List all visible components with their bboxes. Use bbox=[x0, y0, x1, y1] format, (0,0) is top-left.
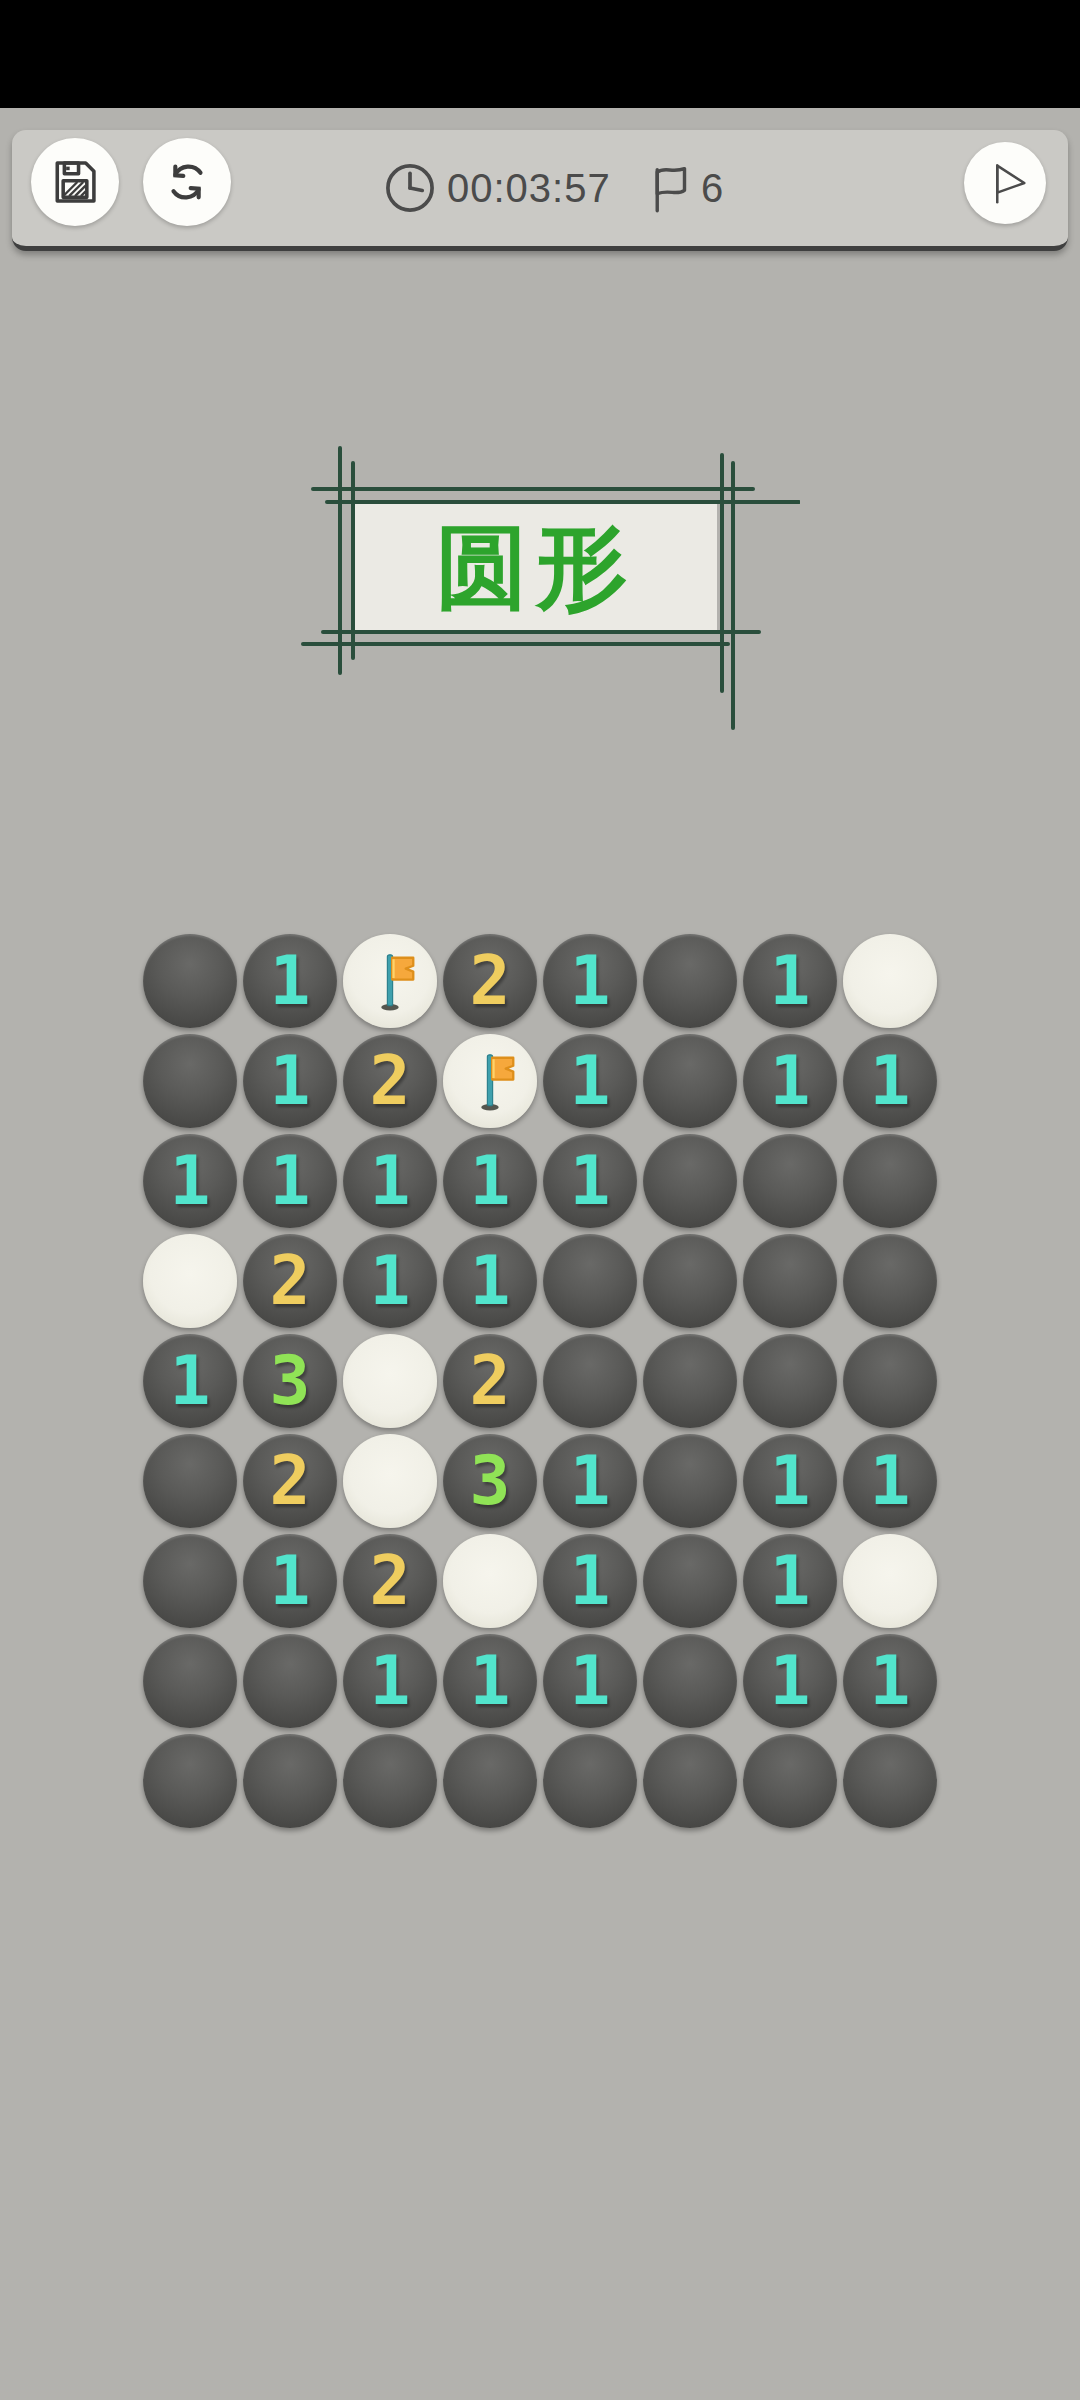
cell-r7c3[interactable]: 2 bbox=[343, 1534, 437, 1628]
cell-r2c8[interactable]: 1 bbox=[843, 1034, 937, 1128]
cell-r4c6[interactable] bbox=[643, 1234, 737, 1328]
toolbar: 00:03:57 6 bbox=[12, 130, 1068, 251]
cell-r9c3[interactable] bbox=[343, 1734, 437, 1828]
cell-r4c3[interactable]: 1 bbox=[343, 1234, 437, 1328]
restart-button[interactable] bbox=[143, 138, 231, 226]
cell-r2c6[interactable] bbox=[643, 1034, 737, 1128]
flag-outline-icon bbox=[647, 160, 697, 216]
cell-r3c7[interactable] bbox=[743, 1134, 837, 1228]
restart-icon bbox=[160, 155, 214, 209]
cell-r9c4[interactable] bbox=[443, 1734, 537, 1828]
cell-r3c1[interactable]: 1 bbox=[143, 1134, 237, 1228]
cell-r6c1[interactable] bbox=[143, 1434, 237, 1528]
cell-r6c3[interactable] bbox=[343, 1434, 437, 1528]
cell-r5c8[interactable] bbox=[843, 1334, 937, 1428]
cell-r6c2[interactable]: 2 bbox=[243, 1434, 337, 1528]
cell-r8c8[interactable]: 1 bbox=[843, 1634, 937, 1728]
cell-r7c6[interactable] bbox=[643, 1534, 737, 1628]
cell-r3c3[interactable]: 1 bbox=[343, 1134, 437, 1228]
cell-r8c3[interactable]: 1 bbox=[343, 1634, 437, 1728]
cell-r1c7[interactable]: 1 bbox=[743, 934, 837, 1028]
flag-mode-button[interactable] bbox=[964, 142, 1046, 224]
cell-r3c8[interactable] bbox=[843, 1134, 937, 1228]
cell-r9c2[interactable] bbox=[243, 1734, 337, 1828]
cell-r2c2[interactable]: 1 bbox=[243, 1034, 337, 1128]
flag-icon bbox=[462, 1049, 518, 1113]
cell-r6c5[interactable]: 1 bbox=[543, 1434, 637, 1528]
cell-r9c5[interactable] bbox=[543, 1734, 637, 1828]
cell-r3c2[interactable]: 1 bbox=[243, 1134, 337, 1228]
cell-r1c3[interactable] bbox=[343, 934, 437, 1028]
cell-r4c4[interactable]: 1 bbox=[443, 1234, 537, 1328]
cell-r7c5[interactable]: 1 bbox=[543, 1534, 637, 1628]
cell-r1c4[interactable]: 2 bbox=[443, 934, 537, 1028]
cell-r4c5[interactable] bbox=[543, 1234, 637, 1328]
minesweeper-board: 1 21112 1111111121113223111121111111 bbox=[140, 931, 940, 1831]
cell-r6c8[interactable]: 1 bbox=[843, 1434, 937, 1528]
cell-r2c5[interactable]: 1 bbox=[543, 1034, 637, 1128]
page-title: 圆形 bbox=[354, 504, 717, 632]
cell-r9c6[interactable] bbox=[643, 1734, 737, 1828]
cell-r9c1[interactable] bbox=[143, 1734, 237, 1828]
cell-r1c6[interactable] bbox=[643, 934, 737, 1028]
cell-r1c2[interactable]: 1 bbox=[243, 934, 337, 1028]
floppy-save-icon bbox=[49, 156, 101, 208]
cell-r5c5[interactable] bbox=[543, 1334, 637, 1428]
cell-r5c2[interactable]: 3 bbox=[243, 1334, 337, 1428]
cell-r3c4[interactable]: 1 bbox=[443, 1134, 537, 1228]
cell-r7c1[interactable] bbox=[143, 1534, 237, 1628]
title-frame: 圆形 bbox=[290, 430, 800, 740]
pennant-flag-icon bbox=[976, 154, 1034, 212]
cell-r2c3[interactable]: 2 bbox=[343, 1034, 437, 1128]
save-button[interactable] bbox=[31, 138, 119, 226]
flag-count: 6 bbox=[701, 166, 723, 211]
cell-r4c8[interactable] bbox=[843, 1234, 937, 1328]
cell-r2c4[interactable] bbox=[443, 1034, 537, 1128]
cell-r4c7[interactable] bbox=[743, 1234, 837, 1328]
cell-r2c1[interactable] bbox=[143, 1034, 237, 1128]
cell-r1c1[interactable] bbox=[143, 934, 237, 1028]
cell-r3c6[interactable] bbox=[643, 1134, 737, 1228]
cell-r8c7[interactable]: 1 bbox=[743, 1634, 837, 1728]
cell-r7c4[interactable] bbox=[443, 1534, 537, 1628]
cell-r4c1[interactable] bbox=[143, 1234, 237, 1328]
cell-r9c8[interactable] bbox=[843, 1734, 937, 1828]
cell-r7c8[interactable] bbox=[843, 1534, 937, 1628]
cell-r8c5[interactable]: 1 bbox=[543, 1634, 637, 1728]
cell-r7c2[interactable]: 1 bbox=[243, 1534, 337, 1628]
cell-r6c7[interactable]: 1 bbox=[743, 1434, 837, 1528]
cell-r1c8[interactable] bbox=[843, 934, 937, 1028]
cell-r7c7[interactable]: 1 bbox=[743, 1534, 837, 1628]
timer: 00:03:57 bbox=[383, 154, 611, 222]
cell-r6c6[interactable] bbox=[643, 1434, 737, 1528]
cell-r3c5[interactable]: 1 bbox=[543, 1134, 637, 1228]
flag-icon bbox=[362, 949, 418, 1013]
flag-counter: 6 bbox=[647, 154, 723, 222]
cell-r1c5[interactable]: 1 bbox=[543, 934, 637, 1028]
cell-r5c3[interactable] bbox=[343, 1334, 437, 1428]
timer-value: 00:03:57 bbox=[447, 166, 611, 211]
cell-r5c6[interactable] bbox=[643, 1334, 737, 1428]
clock-icon bbox=[383, 161, 437, 215]
cell-r5c4[interactable]: 2 bbox=[443, 1334, 537, 1428]
cell-r8c6[interactable] bbox=[643, 1634, 737, 1728]
cell-r4c2[interactable]: 2 bbox=[243, 1234, 337, 1328]
status-bar bbox=[0, 0, 1080, 108]
cell-r2c7[interactable]: 1 bbox=[743, 1034, 837, 1128]
cell-r9c7[interactable] bbox=[743, 1734, 837, 1828]
cell-r8c4[interactable]: 1 bbox=[443, 1634, 537, 1728]
cell-r5c7[interactable] bbox=[743, 1334, 837, 1428]
cell-r5c1[interactable]: 1 bbox=[143, 1334, 237, 1428]
cell-r6c4[interactable]: 3 bbox=[443, 1434, 537, 1528]
cell-r8c1[interactable] bbox=[143, 1634, 237, 1728]
cell-r8c2[interactable] bbox=[243, 1634, 337, 1728]
